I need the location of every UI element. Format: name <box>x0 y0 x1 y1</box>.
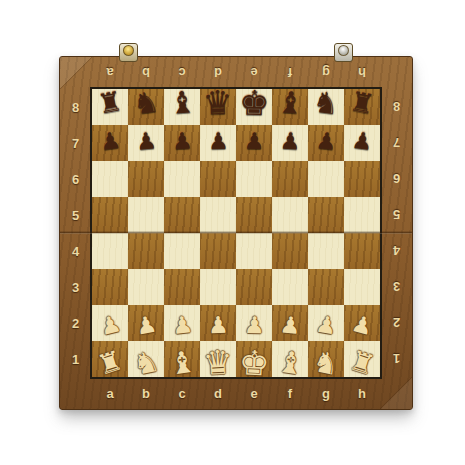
white-pawn-e2: ♟ <box>243 307 265 344</box>
square-c8: ♝ <box>164 89 200 125</box>
square-b6 <box>128 161 164 197</box>
rank-label-left-5: 5 <box>60 197 91 233</box>
file-label-bottom-c: c <box>164 378 200 409</box>
square-d1: ♛ <box>200 341 236 377</box>
square-g6 <box>308 161 344 197</box>
square-f5 <box>272 197 308 233</box>
square-c1: ♝ <box>164 341 200 377</box>
square-h8: ♜ <box>344 89 380 125</box>
rank-label-right-4: 4 <box>381 233 412 269</box>
square-d8: ♛ <box>200 89 236 125</box>
square-d2: ♟ <box>200 305 236 341</box>
white-king-e1: ♚ <box>238 344 270 381</box>
square-c4 <box>164 233 200 269</box>
file-label-top-c: c <box>164 57 200 88</box>
square-f6 <box>272 161 308 197</box>
square-b5 <box>128 197 164 233</box>
square-h5 <box>344 197 380 233</box>
square-a6 <box>92 161 128 197</box>
white-bishop-f1: ♝ <box>274 343 305 382</box>
square-h4 <box>344 233 380 269</box>
square-h7: ♟ <box>344 125 380 161</box>
rank-label-left-6: 6 <box>60 161 91 197</box>
square-e7: ♟ <box>236 125 272 161</box>
black-king-e8: ♚ <box>238 85 269 122</box>
black-bishop-c8: ♝ <box>167 84 197 122</box>
square-a1: ♜ <box>92 341 128 377</box>
square-b3 <box>128 269 164 305</box>
white-pawn-a2: ♟ <box>96 305 125 345</box>
white-queen-d1: ♛ <box>202 344 233 381</box>
square-a8: ♜ <box>92 89 128 125</box>
square-h3 <box>344 269 380 305</box>
square-e6 <box>236 161 272 197</box>
rank-label-left-1: 1 <box>60 341 91 377</box>
clasp-left-knob-icon <box>123 45 134 56</box>
square-h2: ♟ <box>344 305 380 341</box>
rank-label-right-6: 6 <box>381 161 412 197</box>
square-g1: ♞ <box>308 341 344 377</box>
square-d3 <box>200 269 236 305</box>
square-d4 <box>200 233 236 269</box>
file-label-bottom-d: d <box>200 378 236 409</box>
file-label-top-a: a <box>92 57 128 88</box>
file-label-bottom-e: e <box>236 378 272 409</box>
black-bishop-f8: ♝ <box>275 84 305 122</box>
square-g3 <box>308 269 344 305</box>
file-label-top-d: d <box>200 57 236 88</box>
square-f3 <box>272 269 308 305</box>
file-label-bottom-f: f <box>272 378 308 409</box>
rank-label-left-2: 2 <box>60 305 91 341</box>
square-e1: ♚ <box>236 341 272 377</box>
square-a2: ♟ <box>92 305 128 341</box>
file-label-top-b: b <box>128 57 164 88</box>
rank-label-right-3: 3 <box>381 269 412 305</box>
white-pawn-b2: ♟ <box>133 305 160 344</box>
square-a4 <box>92 233 128 269</box>
black-pawn-b7: ♟ <box>134 122 158 160</box>
square-d6 <box>200 161 236 197</box>
file-label-top-e: e <box>236 57 272 88</box>
square-h1: ♜ <box>344 341 380 377</box>
file-label-top-g: g <box>308 57 344 88</box>
square-b1: ♞ <box>128 341 164 377</box>
file-label-bottom-h: h <box>344 378 380 409</box>
file-label-bottom-a: a <box>92 378 128 409</box>
rank-label-right-5: 5 <box>381 197 412 233</box>
square-b4 <box>128 233 164 269</box>
rank-label-right-1: 1 <box>381 341 412 377</box>
white-bishop-c1: ♝ <box>166 343 197 382</box>
square-d7: ♟ <box>200 125 236 161</box>
rank-labels-left: 87654321 <box>60 89 91 377</box>
square-g7: ♟ <box>308 125 344 161</box>
clasp-right-knob-icon <box>338 45 349 56</box>
rank-label-right-2: 2 <box>381 305 412 341</box>
black-pawn-g7: ♟ <box>314 122 338 160</box>
rank-labels-right: 87654321 <box>381 89 412 377</box>
square-g5 <box>308 197 344 233</box>
square-b7: ♟ <box>128 125 164 161</box>
black-pawn-d7: ♟ <box>207 123 228 159</box>
white-pawn-g2: ♟ <box>313 305 340 344</box>
black-rook-a8: ♜ <box>95 83 125 123</box>
file-labels-top: abcdefgh <box>92 57 380 88</box>
rank-label-left-7: 7 <box>60 125 91 161</box>
file-labels-bottom: abcdefgh <box>92 378 380 409</box>
rank-label-left-3: 3 <box>60 269 91 305</box>
square-b2: ♟ <box>128 305 164 341</box>
square-d5 <box>200 197 236 233</box>
square-f4 <box>272 233 308 269</box>
square-f1: ♝ <box>272 341 308 377</box>
square-g8: ♞ <box>308 89 344 125</box>
square-a3 <box>92 269 128 305</box>
black-pawn-f7: ♟ <box>279 122 302 159</box>
square-c6 <box>164 161 200 197</box>
white-pawn-d2: ♟ <box>207 307 229 344</box>
rank-label-left-4: 4 <box>60 233 91 269</box>
square-f2: ♟ <box>272 305 308 341</box>
board-grid: ♜♞♝♛♚♝♞♜♟♟♟♟♟♟♟♟♟♟♟♟♟♟♟♟♜♞♝♛♚♝♞♜ <box>90 87 382 379</box>
file-label-top-f: f <box>272 57 308 88</box>
file-label-bottom-g: g <box>308 378 344 409</box>
black-pawn-e7: ♟ <box>243 123 264 159</box>
square-f8: ♝ <box>272 89 308 125</box>
rank-label-right-8: 8 <box>381 89 412 125</box>
white-pawn-c2: ♟ <box>170 306 194 344</box>
chess-board: abcdefgh 87654321 87654321 abcdefgh ♜♞♝♛… <box>59 56 413 410</box>
black-pawn-h7: ♟ <box>349 122 374 160</box>
white-pawn-f2: ♟ <box>278 306 302 344</box>
black-rook-h8: ♜ <box>347 83 377 123</box>
black-pawn-c7: ♟ <box>171 122 194 159</box>
black-knight-g8: ♞ <box>311 83 341 122</box>
square-e3 <box>236 269 272 305</box>
rank-label-right-7: 7 <box>381 125 412 161</box>
rank-label-left-8: 8 <box>60 89 91 125</box>
square-b8: ♞ <box>128 89 164 125</box>
square-h6 <box>344 161 380 197</box>
square-e4 <box>236 233 272 269</box>
square-e2: ♟ <box>236 305 272 341</box>
square-e8: ♚ <box>236 89 272 125</box>
square-e5 <box>236 197 272 233</box>
square-c5 <box>164 197 200 233</box>
square-c3 <box>164 269 200 305</box>
square-a7: ♟ <box>92 125 128 161</box>
square-g2: ♟ <box>308 305 344 341</box>
square-g4 <box>308 233 344 269</box>
black-pawn-a7: ♟ <box>97 122 122 160</box>
file-label-bottom-b: b <box>128 378 164 409</box>
square-a5 <box>92 197 128 233</box>
square-c7: ♟ <box>164 125 200 161</box>
square-f7: ♟ <box>272 125 308 161</box>
white-pawn-h2: ♟ <box>348 305 377 345</box>
black-queen-d8: ♛ <box>203 85 234 122</box>
black-knight-b8: ♞ <box>131 83 161 122</box>
file-label-top-h: h <box>344 57 380 88</box>
square-c2: ♟ <box>164 305 200 341</box>
